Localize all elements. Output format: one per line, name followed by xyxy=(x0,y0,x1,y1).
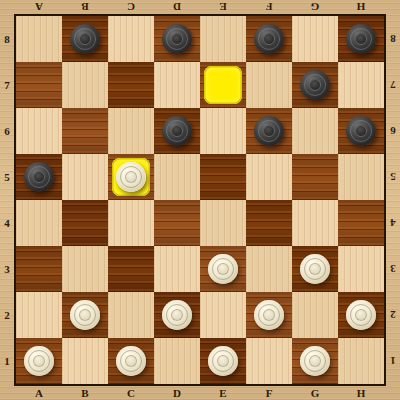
square-d2[interactable] xyxy=(154,292,200,338)
square-h7[interactable] xyxy=(338,62,384,108)
label-left-1: 1 xyxy=(0,338,14,384)
square-e2[interactable] xyxy=(200,292,246,338)
square-c8[interactable] xyxy=(108,16,154,62)
square-a6[interactable] xyxy=(16,108,62,154)
black-man-d8[interactable] xyxy=(162,24,192,54)
square-h2[interactable] xyxy=(338,292,384,338)
square-c6[interactable] xyxy=(108,108,154,154)
square-c7[interactable] xyxy=(108,62,154,108)
label-bottom-c: C xyxy=(108,386,154,400)
square-b4[interactable] xyxy=(62,200,108,246)
piece-ring xyxy=(171,309,183,321)
label-top-f: F xyxy=(246,0,292,14)
square-e7[interactable] xyxy=(200,62,246,108)
label-top-c: C xyxy=(108,0,154,14)
piece-ring xyxy=(171,125,183,137)
label-left-5: 5 xyxy=(0,154,14,200)
square-b3[interactable] xyxy=(62,246,108,292)
piece-ring xyxy=(263,125,275,137)
square-g3[interactable] xyxy=(292,246,338,292)
square-e6[interactable] xyxy=(200,108,246,154)
label-right-2: 2 xyxy=(386,292,400,338)
label-right-6: 6 xyxy=(386,108,400,154)
piece-ring xyxy=(309,355,321,367)
square-e1[interactable] xyxy=(200,338,246,384)
piece-ring xyxy=(263,33,275,45)
square-c5[interactable] xyxy=(108,154,154,200)
checkers-app: ABCDEFGH ABCDEFGH 87654321 87654321 xyxy=(0,0,400,400)
square-f1[interactable] xyxy=(246,338,292,384)
square-d3[interactable] xyxy=(154,246,200,292)
square-b7[interactable] xyxy=(62,62,108,108)
file-labels-bottom: ABCDEFGH xyxy=(16,386,384,400)
square-c2[interactable] xyxy=(108,292,154,338)
piece-ring xyxy=(217,263,229,275)
black-man-d6[interactable] xyxy=(162,116,192,146)
piece-ring xyxy=(79,309,91,321)
label-right-1: 1 xyxy=(386,338,400,384)
label-bottom-a: A xyxy=(16,386,62,400)
white-man-b2[interactable] xyxy=(70,300,100,330)
piece-ring xyxy=(355,125,367,137)
square-c1[interactable] xyxy=(108,338,154,384)
white-man-c5[interactable] xyxy=(116,162,146,192)
piece-ring xyxy=(355,309,367,321)
square-g8[interactable] xyxy=(292,16,338,62)
square-g7[interactable] xyxy=(292,62,338,108)
square-e3[interactable] xyxy=(200,246,246,292)
label-top-b: B xyxy=(62,0,108,14)
square-a8[interactable] xyxy=(16,16,62,62)
square-a5[interactable] xyxy=(16,154,62,200)
white-man-a1[interactable] xyxy=(24,346,54,376)
square-a7[interactable] xyxy=(16,62,62,108)
piece-ring xyxy=(33,171,45,183)
square-e4[interactable] xyxy=(200,200,246,246)
square-d1[interactable] xyxy=(154,338,200,384)
label-bottom-e: E xyxy=(200,386,246,400)
label-bottom-g: G xyxy=(292,386,338,400)
square-a3[interactable] xyxy=(16,246,62,292)
move-highlight-e7[interactable] xyxy=(204,66,242,104)
file-labels-top: ABCDEFGH xyxy=(16,0,384,14)
label-right-4: 4 xyxy=(386,200,400,246)
label-left-7: 7 xyxy=(0,62,14,108)
label-bottom-b: B xyxy=(62,386,108,400)
piece-ring xyxy=(309,263,321,275)
black-man-a5[interactable] xyxy=(24,162,54,192)
label-right-3: 3 xyxy=(386,246,400,292)
label-right-5: 5 xyxy=(386,154,400,200)
white-man-e1[interactable] xyxy=(208,346,238,376)
square-f7[interactable] xyxy=(246,62,292,108)
square-e5[interactable] xyxy=(200,154,246,200)
white-man-c1[interactable] xyxy=(116,346,146,376)
black-man-h6[interactable] xyxy=(346,116,376,146)
square-f8[interactable] xyxy=(246,16,292,62)
label-right-7: 7 xyxy=(386,62,400,108)
piece-ring xyxy=(79,33,91,45)
square-g6[interactable] xyxy=(292,108,338,154)
square-b2[interactable] xyxy=(62,292,108,338)
square-h1[interactable] xyxy=(338,338,384,384)
square-g5[interactable] xyxy=(292,154,338,200)
label-left-4: 4 xyxy=(0,200,14,246)
label-left-3: 3 xyxy=(0,246,14,292)
square-a1[interactable] xyxy=(16,338,62,384)
square-b8[interactable] xyxy=(62,16,108,62)
piece-ring xyxy=(171,33,183,45)
label-top-h: H xyxy=(338,0,384,14)
label-top-e: E xyxy=(200,0,246,14)
piece-ring xyxy=(309,79,321,91)
black-man-g7[interactable] xyxy=(300,70,330,100)
piece-ring xyxy=(125,355,137,367)
square-c3[interactable] xyxy=(108,246,154,292)
square-f2[interactable] xyxy=(246,292,292,338)
square-b1[interactable] xyxy=(62,338,108,384)
square-b5[interactable] xyxy=(62,154,108,200)
label-bottom-h: H xyxy=(338,386,384,400)
square-g2[interactable] xyxy=(292,292,338,338)
white-man-g1[interactable] xyxy=(300,346,330,376)
square-h8[interactable] xyxy=(338,16,384,62)
square-d4[interactable] xyxy=(154,200,200,246)
square-h3[interactable] xyxy=(338,246,384,292)
black-man-f6[interactable] xyxy=(254,116,284,146)
square-h6[interactable] xyxy=(338,108,384,154)
square-g4[interactable] xyxy=(292,200,338,246)
label-bottom-f: F xyxy=(246,386,292,400)
square-b6[interactable] xyxy=(62,108,108,154)
square-e8[interactable] xyxy=(200,16,246,62)
square-f4[interactable] xyxy=(246,200,292,246)
white-man-h2[interactable] xyxy=(346,300,376,330)
rank-labels-right: 87654321 xyxy=(386,16,400,384)
label-right-8: 8 xyxy=(386,16,400,62)
square-d8[interactable] xyxy=(154,16,200,62)
piece-ring xyxy=(263,309,275,321)
square-g1[interactable] xyxy=(292,338,338,384)
square-h5[interactable] xyxy=(338,154,384,200)
square-a2[interactable] xyxy=(16,292,62,338)
piece-ring xyxy=(33,355,45,367)
label-top-a: A xyxy=(16,0,62,14)
board-grid xyxy=(14,14,386,386)
square-d6[interactable] xyxy=(154,108,200,154)
square-c4[interactable] xyxy=(108,200,154,246)
label-left-6: 6 xyxy=(0,108,14,154)
rank-labels-left: 87654321 xyxy=(0,16,14,384)
piece-ring xyxy=(217,355,229,367)
piece-ring xyxy=(125,171,137,183)
white-man-f2[interactable] xyxy=(254,300,284,330)
white-man-d2[interactable] xyxy=(162,300,192,330)
label-left-8: 8 xyxy=(0,16,14,62)
square-d5[interactable] xyxy=(154,154,200,200)
label-left-2: 2 xyxy=(0,292,14,338)
black-man-h8[interactable] xyxy=(346,24,376,54)
label-top-g: G xyxy=(292,0,338,14)
square-f3[interactable] xyxy=(246,246,292,292)
square-h4[interactable] xyxy=(338,200,384,246)
black-man-f8[interactable] xyxy=(254,24,284,54)
white-man-e3[interactable] xyxy=(208,254,238,284)
white-man-g3[interactable] xyxy=(300,254,330,284)
label-bottom-d: D xyxy=(154,386,200,400)
square-f5[interactable] xyxy=(246,154,292,200)
square-d7[interactable] xyxy=(154,62,200,108)
square-f6[interactable] xyxy=(246,108,292,154)
label-top-d: D xyxy=(154,0,200,14)
piece-ring xyxy=(355,33,367,45)
black-man-b8[interactable] xyxy=(70,24,100,54)
square-a4[interactable] xyxy=(16,200,62,246)
